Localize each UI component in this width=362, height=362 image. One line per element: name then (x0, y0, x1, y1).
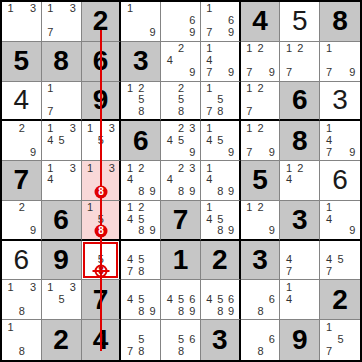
candidate-grid: 179 (320, 42, 360, 81)
candidate-2: 2 (136, 83, 147, 95)
cell-r2c9[interactable]: 179 (320, 42, 360, 82)
empty-slot (147, 174, 158, 186)
cell-r9c2[interactable]: 2 (42, 320, 82, 360)
empty-slot (106, 225, 117, 237)
empty-slot (335, 134, 347, 146)
empty-slot (346, 333, 358, 345)
empty-slot (56, 122, 67, 134)
empty-slot (28, 122, 39, 134)
empty-slot (295, 305, 306, 317)
cell-r5c1[interactable]: 7 (2, 161, 42, 201)
empty-slot (255, 225, 266, 237)
empty-slot (346, 202, 358, 214)
empty-slot (147, 254, 158, 266)
candidate-5: 5 (136, 293, 147, 305)
empty-slot (175, 281, 186, 293)
given-digit: 3 (212, 326, 228, 354)
empty-slot (204, 305, 215, 317)
empty-slot (124, 242, 135, 254)
solved-digit: 3 (332, 86, 348, 114)
cell-r5c5[interactable]: 23489 (161, 161, 201, 201)
cell-r9c7[interactable]: 68 (241, 320, 281, 360)
cell-r5c8[interactable]: 124 (280, 161, 320, 201)
empty-slot (187, 3, 198, 15)
empty-slot (187, 281, 198, 293)
empty-slot (295, 67, 306, 79)
cell-r3c5[interactable]: 258 (161, 82, 201, 122)
cell-r8c9[interactable]: 2 (320, 280, 360, 320)
empty-slot (306, 254, 317, 266)
candidate-9: 9 (187, 305, 198, 317)
cell-r6c9[interactable]: 149 (320, 201, 360, 241)
empty-slot (335, 321, 347, 333)
cell-r4c2[interactable]: 1345 (42, 121, 82, 161)
empty-slot (5, 134, 16, 146)
empty-slot (306, 174, 317, 186)
empty-slot (226, 3, 237, 15)
candidate-5: 5 (215, 94, 226, 106)
empty-slot (5, 305, 16, 317)
given-digit: 6 (133, 127, 149, 155)
empty-slot (67, 27, 78, 39)
candidate-3: 3 (187, 122, 198, 134)
empty-slot (266, 134, 277, 146)
given-digit: 9 (292, 326, 308, 354)
cell-r4c5[interactable]: 23459 (161, 121, 201, 161)
empty-slot (266, 346, 277, 358)
candidate-7: 7 (323, 67, 335, 79)
candidate-2: 2 (175, 122, 186, 134)
candidate-8: 8 (136, 225, 147, 237)
candidate-1: 1 (244, 122, 255, 134)
given-digit: 6 (93, 47, 109, 75)
candidate-2: 2 (175, 162, 186, 174)
candidate-1: 1 (124, 162, 135, 174)
empty-slot (164, 333, 175, 345)
cell-r2c2[interactable]: 8 (42, 42, 82, 82)
candidate-grid: 135 (42, 280, 81, 319)
candidate-1: 1 (5, 281, 16, 293)
empty-slot (283, 242, 294, 254)
empty-slot (28, 202, 39, 214)
empty-slot (215, 67, 226, 79)
empty-slot (5, 122, 16, 134)
empty-slot (147, 202, 158, 214)
candidate-3: 3 (106, 122, 117, 134)
cell-r9c1[interactable]: 18 (2, 320, 42, 360)
cell-r6c1[interactable]: 29 (2, 201, 42, 241)
cell-r5c3[interactable]: 138 (82, 161, 122, 201)
candidate-8: 8 (175, 305, 186, 317)
candidate-grid: 1679 (201, 2, 239, 41)
cell-r5c7[interactable]: 5 (241, 161, 281, 201)
empty-slot (147, 346, 158, 358)
empty-slot (187, 94, 198, 106)
cell-r8c7[interactable]: 68 (241, 280, 281, 320)
candidate-1: 1 (5, 3, 16, 15)
cell-r7c4[interactable]: 4578 (121, 241, 161, 281)
cell-r1c6[interactable]: 1679 (201, 2, 241, 42)
empty-slot (164, 346, 175, 358)
empty-slot (266, 202, 277, 214)
empty-slot (16, 281, 27, 293)
cell-r7c7[interactable]: 3 (241, 241, 281, 281)
eliminated-candidate-8: 8 (95, 266, 106, 278)
cell-r9c3[interactable]: 4 (82, 320, 122, 360)
candidate-4: 4 (283, 293, 294, 305)
candidate-7: 7 (204, 27, 215, 39)
empty-slot (244, 281, 255, 293)
cell-r1c4[interactable]: 19 (121, 2, 161, 42)
empty-slot (136, 15, 147, 27)
given-digit: 5 (252, 166, 268, 194)
empty-slot (215, 281, 226, 293)
candidate-4: 4 (124, 174, 135, 186)
cell-r6c7[interactable]: 129 (241, 201, 281, 241)
candidate-1: 1 (244, 83, 255, 95)
empty-slot (67, 94, 78, 106)
candidate-1: 1 (85, 122, 96, 134)
empty-slot (124, 106, 135, 118)
empty-slot (226, 55, 237, 67)
given-digit: 4 (93, 326, 109, 354)
cell-r3c9[interactable]: 3 (320, 82, 360, 122)
empty-slot (187, 321, 198, 333)
empty-slot (136, 27, 147, 39)
cell-r2c7[interactable]: 1279 (241, 42, 281, 82)
empty-slot (204, 281, 215, 293)
cell-r7c3[interactable]: 58 (82, 241, 122, 281)
cell-r3c2[interactable]: 17 (42, 82, 82, 122)
empty-slot (67, 134, 78, 146)
empty-slot (95, 242, 106, 254)
empty-slot (335, 55, 347, 67)
cell-r8c8[interactable]: 14 (280, 280, 320, 320)
empty-slot (266, 122, 277, 134)
candidate-1: 1 (204, 162, 215, 174)
empty-slot (164, 94, 175, 106)
empty-slot (28, 27, 39, 39)
cell-r6c5[interactable]: 7 (161, 201, 201, 241)
candidate-7: 7 (204, 106, 215, 118)
cell-r5c6[interactable]: 1489 (201, 161, 241, 201)
solved-digit: 6 (332, 166, 348, 194)
cell-r7c2[interactable]: 9 (42, 241, 82, 281)
candidate-grid: 1279 (241, 42, 280, 81)
cell-r9c8[interactable]: 9 (280, 320, 320, 360)
empty-slot (28, 321, 39, 333)
candidate-1: 1 (45, 122, 56, 134)
cell-r8c6[interactable]: 45689 (201, 280, 241, 320)
empty-slot (335, 225, 347, 237)
empty-slot (164, 27, 175, 39)
empty-slot (295, 293, 306, 305)
candidate-grid: 13 (2, 2, 41, 41)
candidate-5: 5 (175, 94, 186, 106)
empty-slot (244, 346, 255, 358)
empty-slot (164, 162, 175, 174)
cell-r1c2[interactable]: 137 (42, 2, 82, 42)
candidate-4: 4 (204, 174, 215, 186)
candidate-4: 4 (45, 134, 56, 146)
candidate-9: 9 (147, 305, 158, 317)
candidate-5: 5 (215, 213, 226, 225)
cell-r7c8[interactable]: 47 (280, 241, 320, 281)
empty-slot (28, 346, 39, 358)
cell-r2c3[interactable]: 6 (82, 42, 122, 82)
cell-r4c1[interactable]: 29 (2, 121, 42, 161)
cell-r6c6[interactable]: 14589 (201, 201, 241, 241)
candidate-9: 9 (147, 186, 158, 198)
cell-r1c1[interactable]: 13 (2, 2, 42, 42)
candidate-4: 4 (323, 213, 335, 225)
cell-r5c4[interactable]: 12489 (121, 161, 161, 201)
candidate-9: 9 (346, 146, 358, 158)
empty-slot (45, 186, 56, 198)
cell-r9c4[interactable]: 578 (121, 320, 161, 360)
empty-slot (56, 281, 67, 293)
empty-slot (67, 186, 78, 198)
cell-r9c6[interactable]: 3 (201, 320, 241, 360)
empty-slot (255, 134, 266, 146)
empty-slot (147, 15, 158, 27)
empty-slot (215, 15, 226, 27)
candidate-1: 1 (204, 202, 215, 214)
given-digit: 1 (173, 246, 189, 274)
empty-slot (215, 174, 226, 186)
cell-r2c5[interactable]: 249 (161, 42, 201, 82)
empty-slot (124, 333, 135, 345)
candidate-7: 7 (244, 67, 255, 79)
candidate-8: 8 (215, 106, 226, 118)
candidate-8: 8 (136, 305, 147, 317)
candidate-7: 7 (124, 266, 135, 278)
candidate-grid: 138 (2, 280, 41, 319)
candidate-8: 8 (215, 225, 226, 237)
cell-r2c8[interactable]: 127 (280, 42, 320, 82)
empty-slot (147, 293, 158, 305)
candidate-8: 8 (255, 305, 266, 317)
cell-r7c1[interactable]: 6 (2, 241, 42, 281)
candidate-5: 5 (136, 94, 147, 106)
candidate-1: 1 (323, 202, 335, 214)
cell-r4c8[interactable]: 8 (280, 121, 320, 161)
candidate-9: 9 (346, 67, 358, 79)
cell-r8c1[interactable]: 138 (2, 280, 42, 320)
empty-slot (136, 174, 147, 186)
given-digit: 9 (53, 246, 69, 274)
empty-slot (164, 15, 175, 27)
cell-r2c6[interactable]: 1479 (201, 42, 241, 82)
cell-r9c9[interactable]: 157 (320, 320, 360, 360)
cell-r1c7[interactable]: 4 (241, 2, 281, 42)
cell-r7c9[interactable]: 457 (320, 241, 360, 281)
candidate-9: 9 (266, 225, 277, 237)
given-digit: 8 (332, 7, 348, 35)
candidate-7: 7 (244, 146, 255, 158)
empty-slot (244, 55, 255, 67)
empty-slot (226, 106, 237, 118)
solved-digit: 5 (292, 7, 308, 35)
candidate-6: 6 (187, 293, 198, 305)
given-digit: 9 (93, 86, 109, 114)
empty-slot (56, 15, 67, 27)
empty-slot (124, 281, 135, 293)
cell-r4c6[interactable]: 1459 (201, 121, 241, 161)
empty-slot (346, 134, 358, 146)
candidate-1: 1 (45, 83, 56, 95)
cell-r3c7[interactable]: 127 (241, 82, 281, 122)
empty-slot (255, 321, 266, 333)
empty-slot (187, 346, 198, 358)
empty-slot (346, 254, 358, 266)
candidate-5: 5 (215, 134, 226, 146)
empty-slot (56, 3, 67, 15)
candidate-3: 3 (67, 281, 78, 293)
solved-digit: 6 (14, 246, 30, 274)
candidate-1: 1 (124, 202, 135, 214)
cell-r3c3[interactable]: 9 (82, 82, 122, 122)
empty-slot (106, 174, 117, 186)
candidate-4: 4 (323, 254, 335, 266)
empty-slot (5, 202, 16, 214)
cell-r8c5[interactable]: 45689 (161, 280, 201, 320)
empty-slot (226, 94, 237, 106)
empty-slot (266, 281, 277, 293)
cell-r1c5[interactable]: 69 (161, 2, 201, 42)
cell-r2c4[interactable]: 3 (121, 42, 161, 82)
candidate-2: 2 (255, 202, 266, 214)
cell-r3c4[interactable]: 1258 (121, 82, 161, 122)
empty-slot (45, 293, 56, 305)
candidate-9: 9 (346, 225, 358, 237)
candidate-5: 5 (136, 213, 147, 225)
cell-r2c1[interactable]: 5 (2, 42, 42, 82)
cell-r8c3[interactable]: 7 (82, 280, 122, 320)
empty-slot (5, 15, 16, 27)
cell-r6c2[interactable]: 6 (42, 201, 82, 241)
sudoku-app: 1313721969167945858632491479127912717941… (0, 0, 362, 362)
candidate-9: 9 (266, 67, 277, 79)
candidate-grid: 129 (241, 201, 280, 239)
given-digit: 4 (252, 7, 268, 35)
given-digit: 3 (292, 206, 308, 234)
cell-r3c8[interactable]: 6 (280, 82, 320, 122)
empty-slot (175, 55, 186, 67)
cell-r3c6[interactable]: 1578 (201, 82, 241, 122)
cell-r4c3[interactable]: 135 (82, 121, 122, 161)
cell-r1c9[interactable]: 8 (320, 2, 360, 42)
empty-slot (215, 3, 226, 15)
empty-slot (226, 202, 237, 214)
empty-slot (226, 134, 237, 146)
candidate-6: 6 (266, 293, 277, 305)
empty-slot (204, 94, 215, 106)
cell-r9c5[interactable]: 568 (161, 320, 201, 360)
candidate-7: 7 (283, 67, 294, 79)
empty-slot (16, 146, 27, 158)
empty-slot (323, 225, 335, 237)
candidate-1: 1 (5, 321, 16, 333)
candidate-5: 5 (95, 134, 106, 146)
cell-r4c9[interactable]: 1479 (320, 121, 360, 161)
empty-slot (215, 27, 226, 39)
candidate-2: 2 (255, 43, 266, 55)
candidate-grid: 17 (42, 82, 81, 120)
cell-r3c1[interactable]: 4 (2, 82, 42, 122)
cell-r8c2[interactable]: 135 (42, 280, 82, 320)
empty-slot (283, 305, 294, 317)
empty-slot (85, 254, 96, 266)
candidate-9: 9 (226, 146, 237, 158)
cell-r7c5[interactable]: 1 (161, 241, 201, 281)
candidate-grid: 1578 (201, 82, 239, 120)
candidate-grid: 1479 (320, 121, 360, 160)
candidate-2: 2 (136, 202, 147, 214)
empty-slot (335, 213, 347, 225)
candidate-3: 3 (67, 3, 78, 15)
empty-slot (335, 43, 347, 55)
cell-r4c7[interactable]: 1279 (241, 121, 281, 161)
candidate-6: 6 (187, 15, 198, 27)
candidate-1: 1 (124, 3, 135, 15)
empty-slot (175, 15, 186, 27)
candidate-3: 3 (106, 162, 117, 174)
candidate-9: 9 (187, 186, 198, 198)
candidate-9: 9 (147, 27, 158, 39)
empty-slot (295, 254, 306, 266)
cell-r7c6[interactable]: 2 (201, 241, 241, 281)
candidate-2: 2 (175, 43, 186, 55)
candidate-grid: 68 (241, 280, 280, 319)
empty-slot (255, 67, 266, 79)
candidate-5: 5 (56, 293, 67, 305)
cell-r4c4[interactable]: 6 (121, 121, 161, 161)
cell-r1c3[interactable]: 2 (82, 2, 122, 42)
empty-slot (335, 202, 347, 214)
cell-r1c8[interactable]: 5 (280, 2, 320, 42)
chain-node-candidate-8: 8 (95, 225, 106, 237)
cell-r6c4[interactable]: 124589 (121, 201, 161, 241)
empty-slot (346, 122, 358, 134)
candidate-1: 1 (45, 281, 56, 293)
candidate-grid: 58 (82, 241, 120, 280)
empty-slot (147, 281, 158, 293)
cell-r8c4[interactable]: 4589 (121, 280, 161, 320)
candidate-3: 3 (28, 281, 39, 293)
given-digit: 2 (212, 246, 228, 274)
candidate-7: 7 (45, 27, 56, 39)
cell-r5c2[interactable]: 134 (42, 161, 82, 201)
cell-r5c9[interactable]: 6 (320, 161, 360, 201)
empty-slot (124, 321, 135, 333)
cell-r6c8[interactable]: 3 (280, 201, 320, 241)
candidate-1: 1 (204, 3, 215, 15)
given-digit: 5 (14, 47, 30, 75)
cell-r6c3[interactable]: 158 (82, 201, 122, 241)
empty-slot (85, 242, 96, 254)
empty-slot (106, 186, 117, 198)
empty-slot (283, 186, 294, 198)
candidate-grid: 1489 (201, 161, 239, 200)
empty-slot (85, 146, 96, 158)
empty-slot (306, 305, 317, 317)
candidate-8: 8 (175, 106, 186, 118)
candidate-3: 3 (67, 122, 78, 134)
empty-slot (187, 83, 198, 95)
empty-slot (215, 55, 226, 67)
empty-slot (45, 94, 56, 106)
